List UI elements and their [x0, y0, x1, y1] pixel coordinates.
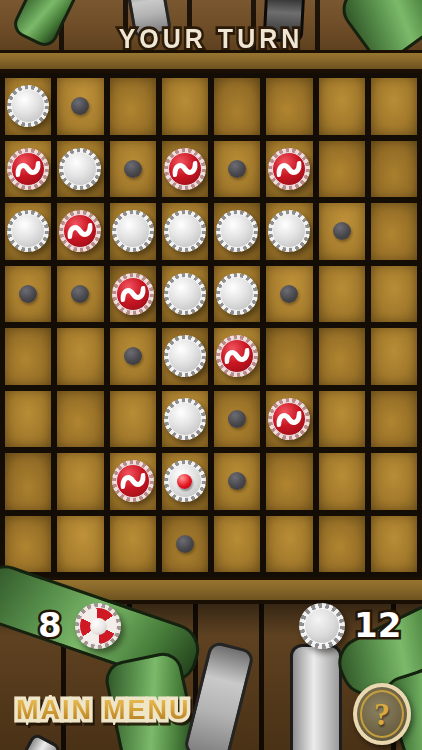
cell-d2[interactable] [162, 141, 208, 198]
cell-f8[interactable] [266, 516, 312, 573]
legal-move-hint-dot[interactable] [228, 160, 246, 178]
cell-c7[interactable] [110, 453, 156, 510]
cell-d4[interactable] [162, 266, 208, 323]
cell-b4[interactable] [57, 266, 103, 323]
red-bottle-cap-icon [75, 603, 121, 649]
cell-g5[interactable] [319, 328, 365, 385]
silver-score: 12 [354, 608, 401, 642]
white-bottle-icon [22, 732, 62, 750]
silver-cap-piece [164, 398, 206, 440]
legal-move-hint-dot[interactable] [280, 285, 298, 303]
cell-d5[interactable] [162, 328, 208, 385]
silver-cap-piece [268, 210, 310, 252]
cell-h3[interactable] [371, 203, 417, 260]
cell-h7[interactable] [371, 453, 417, 510]
cell-d8[interactable] [162, 516, 208, 573]
silver-cap-piece [164, 335, 206, 377]
main-menu-button[interactable]: MAIN MENU [16, 694, 191, 726]
red-cap-piece [268, 398, 310, 440]
cell-e3[interactable] [214, 203, 260, 260]
cell-a7[interactable] [5, 453, 51, 510]
cell-b1[interactable] [57, 78, 103, 135]
legal-move-hint-dot[interactable] [228, 472, 246, 490]
help-button[interactable]: ? [353, 683, 411, 745]
cell-g8[interactable] [319, 516, 365, 573]
legal-move-hint-dot[interactable] [228, 410, 246, 428]
last-move-marker [177, 474, 192, 489]
cell-d1[interactable] [162, 78, 208, 135]
cell-h8[interactable] [371, 516, 417, 573]
silver-cap-piece [164, 273, 206, 315]
red-score: 8 [38, 608, 62, 642]
red-cap-piece [216, 335, 258, 377]
silver-cap-piece [59, 148, 101, 190]
cell-b7[interactable] [57, 453, 103, 510]
cell-d6[interactable] [162, 391, 208, 448]
wooden-beam-top [0, 50, 422, 73]
main-menu-word: MAIN [16, 694, 93, 726]
legal-move-hint-dot[interactable] [124, 160, 142, 178]
silver-cap-piece [7, 210, 49, 252]
cell-b6[interactable] [57, 391, 103, 448]
cell-a3[interactable] [5, 203, 51, 260]
silver-cap-piece [112, 210, 154, 252]
cell-g6[interactable] [319, 391, 365, 448]
cell-g1[interactable] [319, 78, 365, 135]
question-mark-icon: ? [374, 696, 390, 733]
cell-c6[interactable] [110, 391, 156, 448]
cell-a4[interactable] [5, 266, 51, 323]
board [0, 73, 422, 577]
game-screen: YOUR TURN 8 12 MAIN MENU ? [0, 0, 422, 750]
silver-cap-piece [164, 210, 206, 252]
cell-e7[interactable] [214, 453, 260, 510]
cell-c8[interactable] [110, 516, 156, 573]
cell-c2[interactable] [110, 141, 156, 198]
cell-f2[interactable] [266, 141, 312, 198]
silver-cap-piece [7, 85, 49, 127]
silver-cap-piece [216, 210, 258, 252]
cell-g4[interactable] [319, 266, 365, 323]
silver-cap-piece-last-move [164, 460, 206, 502]
cell-f1[interactable] [266, 78, 312, 135]
cell-g7[interactable] [319, 453, 365, 510]
cell-a8[interactable] [5, 516, 51, 573]
cell-a2[interactable] [5, 141, 51, 198]
silver-bottle-cap-icon [299, 603, 345, 649]
cell-a5[interactable] [5, 328, 51, 385]
cell-a1[interactable] [5, 78, 51, 135]
red-cap-piece [164, 148, 206, 190]
cell-d3[interactable] [162, 203, 208, 260]
cap-center-ball [90, 618, 107, 635]
cell-c3[interactable] [110, 203, 156, 260]
legal-move-hint-dot[interactable] [19, 285, 37, 303]
cell-c1[interactable] [110, 78, 156, 135]
cell-h1[interactable] [371, 78, 417, 135]
turn-indicator: YOUR TURN [0, 25, 422, 53]
legal-move-hint-dot[interactable] [124, 347, 142, 365]
legal-move-hint-dot[interactable] [71, 285, 89, 303]
cell-e1[interactable] [214, 78, 260, 135]
white-bottle-icon [290, 644, 342, 750]
cell-e2[interactable] [214, 141, 260, 198]
red-cap-piece [112, 460, 154, 502]
cell-e8[interactable] [214, 516, 260, 573]
cell-h2[interactable] [371, 141, 417, 198]
cell-e5[interactable] [214, 328, 260, 385]
red-cap-piece [7, 148, 49, 190]
cell-f7[interactable] [266, 453, 312, 510]
cell-g2[interactable] [319, 141, 365, 198]
cell-b2[interactable] [57, 141, 103, 198]
cell-f5[interactable] [266, 328, 312, 385]
cell-b5[interactable] [57, 328, 103, 385]
legal-move-hint-dot[interactable] [333, 222, 351, 240]
main-menu-word: MENU [103, 694, 191, 726]
cell-d7[interactable] [162, 453, 208, 510]
cell-f6[interactable] [266, 391, 312, 448]
cell-a6[interactable] [5, 391, 51, 448]
cell-c5[interactable] [110, 328, 156, 385]
cell-h4[interactable] [371, 266, 417, 323]
cell-b8[interactable] [57, 516, 103, 573]
legal-move-hint-dot[interactable] [176, 535, 194, 553]
cell-e6[interactable] [214, 391, 260, 448]
silver-cap-piece [216, 273, 258, 315]
cell-c4[interactable] [110, 266, 156, 323]
cell-h5[interactable] [371, 328, 417, 385]
cell-g3[interactable] [319, 203, 365, 260]
legal-move-hint-dot[interactable] [71, 97, 89, 115]
red-cap-piece [112, 273, 154, 315]
cell-f4[interactable] [266, 266, 312, 323]
cell-f3[interactable] [266, 203, 312, 260]
cell-b3[interactable] [57, 203, 103, 260]
cell-h6[interactable] [371, 391, 417, 448]
cell-e4[interactable] [214, 266, 260, 323]
red-cap-piece [268, 148, 310, 190]
red-cap-piece [59, 210, 101, 252]
